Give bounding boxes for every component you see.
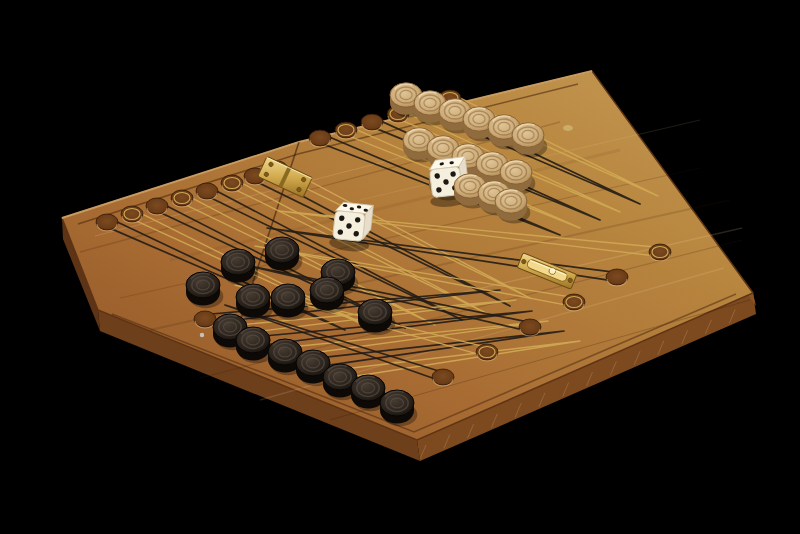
point-cup bbox=[519, 319, 541, 335]
point-cup bbox=[96, 214, 118, 230]
point-cup bbox=[606, 269, 628, 285]
backgammon-board-scene bbox=[0, 0, 800, 534]
point-cup bbox=[194, 311, 216, 327]
point-cup bbox=[361, 114, 383, 130]
point-cup bbox=[196, 183, 218, 199]
point-cup bbox=[146, 198, 168, 214]
backgammon-photo bbox=[0, 0, 800, 534]
brass-hinge-glint bbox=[563, 125, 573, 131]
point-cup bbox=[432, 369, 454, 385]
point-cup bbox=[309, 130, 331, 146]
metal-screw-glint bbox=[200, 333, 204, 337]
